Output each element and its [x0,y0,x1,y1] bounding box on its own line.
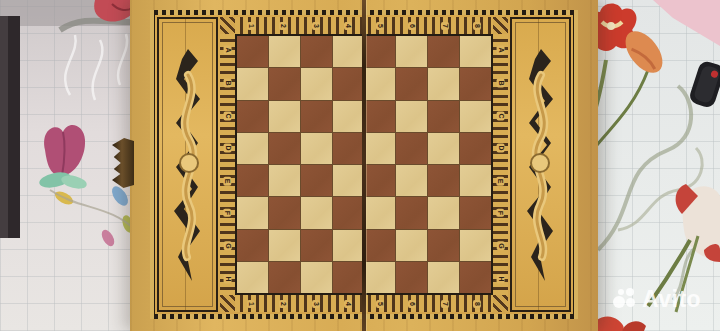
rank-label-left-H: H [224,274,232,283]
square-F3 [301,197,332,228]
square-F2 [269,197,300,228]
square-A7 [428,36,459,67]
square-B8 [460,68,491,99]
square-H2 [269,262,300,293]
avito-logo-icon [612,288,639,314]
rank-label-right-F: F [497,209,505,217]
square-C4 [333,101,364,132]
square-B3 [301,68,332,99]
file-label-bottom-4: 4 [344,300,352,308]
acanthus-ornament-icon [518,45,564,285]
file-label-bottom-5: 5 [376,300,384,308]
rank-label-right-G: G [496,241,504,250]
square-H1 [237,262,268,293]
square-B1 [237,68,268,99]
file-label-top-7: 7 [441,22,449,30]
square-E8 [460,165,491,196]
square-A8 [460,36,491,67]
square-E5 [365,165,396,196]
square-F4 [333,197,364,228]
square-A4 [333,36,364,67]
square-F6 [396,197,427,228]
square-B5 [365,68,396,99]
rank-label-right-B: B [497,78,505,87]
square-A6 [396,36,427,67]
square-A3 [301,36,332,67]
square-F8 [460,197,491,228]
file-label-top-6: 6 [408,22,416,30]
file-label-top-1: 1 [247,22,255,30]
square-C8 [460,101,491,132]
square-H7 [428,262,459,293]
square-D1 [237,133,268,164]
square-F7 [428,197,459,228]
file-label-bottom-1: 1 [247,300,255,308]
file-label-bottom-7: 7 [441,300,449,308]
tablecloth-right [578,0,720,331]
acanthus-ornament-icon [165,45,211,285]
file-label-top-8: 8 [473,22,481,30]
square-D6 [396,133,427,164]
square-E7 [428,165,459,196]
square-H4 [333,262,364,293]
rank-label-left-D: D [224,144,232,153]
square-H5 [365,262,396,293]
square-C5 [365,101,396,132]
rank-label-right-A: A [497,46,505,55]
square-D8 [460,133,491,164]
ranks-left: ABCDEFGH [220,34,235,295]
square-B7 [428,68,459,99]
rank-label-left-G: G [223,241,231,250]
hinge-fold-gap [362,0,366,331]
rank-label-left-B: B [224,78,232,87]
square-C2 [269,101,300,132]
file-label-bottom-3: 3 [312,300,320,308]
file-label-bottom-6: 6 [408,300,416,308]
file-label-bottom-2: 2 [279,300,287,308]
photo-stage: 12345678 ABCDEFGH ABCDEFGH 12345678 [0,0,720,331]
square-A1 [237,36,268,67]
file-label-bottom-8: 8 [473,300,481,308]
pink-cloth-corner [653,0,720,46]
square-E6 [396,165,427,196]
square-E2 [269,165,300,196]
square-E1 [237,165,268,196]
square-H6 [396,262,427,293]
square-C6 [396,101,427,132]
square-F5 [365,197,396,228]
right-floral-print [578,0,720,331]
square-D3 [301,133,332,164]
rank-label-left-E: E [223,176,231,185]
square-B6 [396,68,427,99]
square-D2 [269,133,300,164]
square-B4 [333,68,364,99]
avito-watermark-label: Avito [642,286,701,312]
square-G1 [237,230,268,261]
rank-label-right-C: C [497,111,505,120]
file-label-top-3: 3 [312,22,320,30]
square-C1 [237,101,268,132]
rank-label-right-D: D [497,144,505,153]
left-carved-panel [157,17,218,312]
square-D7 [428,133,459,164]
square-H8 [460,262,491,293]
square-G4 [333,230,364,261]
right-carved-panel [510,17,571,312]
rank-label-right-H: H [497,274,505,283]
square-G3 [301,230,332,261]
square-E4 [333,165,364,196]
rank-label-left-F: F [224,209,232,217]
square-F1 [237,197,268,228]
avito-watermark: Avito [612,286,701,314]
key-fob [688,59,720,109]
square-D4 [333,133,364,164]
file-label-top-5: 5 [376,22,384,30]
square-C7 [428,101,459,132]
rank-label-left-C: C [224,111,232,120]
rank-label-left-A: A [224,46,232,55]
square-B2 [269,68,300,99]
rank-label-right-E: E [496,176,504,185]
square-A5 [365,36,396,67]
square-H3 [301,262,332,293]
file-label-top-4: 4 [344,22,352,30]
ranks-right: ABCDEFGH [493,34,508,295]
square-G6 [396,230,427,261]
square-G2 [269,230,300,261]
square-E3 [301,165,332,196]
square-C3 [301,101,332,132]
square-A2 [269,36,300,67]
file-label-top-2: 2 [279,22,287,30]
square-G8 [460,230,491,261]
square-G5 [365,230,396,261]
square-G7 [428,230,459,261]
square-D5 [365,133,396,164]
